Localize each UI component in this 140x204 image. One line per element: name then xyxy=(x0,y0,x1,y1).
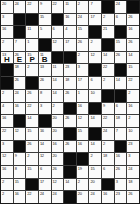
grid-cell-r1c3[interactable]: 22 xyxy=(26,1,38,13)
grid-cell-r9c10[interactable]: 6 xyxy=(115,103,127,115)
grid-cell-r6c9[interactable]: 22 xyxy=(102,64,114,76)
clue-number: 15 xyxy=(116,39,120,44)
black-cell-r5c6 xyxy=(64,52,76,64)
grid-cell-r5c9[interactable]: 14 xyxy=(102,52,114,64)
clue-number: 26 xyxy=(116,52,120,57)
grid-cell-r3c4[interactable]: 5 xyxy=(39,26,51,38)
grid-cell-r6c4[interactable]: 13 xyxy=(39,64,51,76)
clue-number: 4 xyxy=(65,26,67,31)
grid-cell-r16c10[interactable]: 23 xyxy=(115,191,127,203)
grid-cell-r5c8[interactable]: 12 xyxy=(89,52,101,64)
grid-cell-r3c5[interactable]: 6 xyxy=(52,26,64,38)
grid-cell-r12c7[interactable]: 16 xyxy=(77,141,89,153)
clue-number: 16 xyxy=(103,191,107,196)
grid-cell-r10c10[interactable]: 18 xyxy=(115,115,127,127)
grid-cell-r16c11[interactable]: 26 xyxy=(127,191,139,203)
grid-cell-r10c7[interactable]: 12 xyxy=(77,115,89,127)
grid-cell-r1c6[interactable]: 11 xyxy=(64,1,76,13)
clue-number: 2 xyxy=(128,90,130,95)
clue-number: 9 xyxy=(40,1,42,6)
grid-cell-r11c5[interactable]: 20 xyxy=(52,128,64,140)
black-cell-r10c2 xyxy=(14,115,26,127)
clue-number: 20 xyxy=(90,179,94,184)
clue-number: 15 xyxy=(90,166,94,171)
clue-number: 2 xyxy=(103,14,105,19)
black-cell-r9c6 xyxy=(64,103,76,115)
clue-number: 24 xyxy=(15,1,19,6)
clue-number: 2 xyxy=(90,39,92,44)
clue-number: 24 xyxy=(15,90,19,95)
grid-cell-r14c9[interactable]: 6 xyxy=(102,166,114,178)
clue-number: 24 xyxy=(128,166,132,171)
clue-number: 15 xyxy=(27,166,31,171)
black-cell-r4c4 xyxy=(39,39,51,51)
clue-number: 26 xyxy=(15,77,19,82)
clue-number: 16 xyxy=(2,166,6,171)
black-cell-r3c8 xyxy=(89,26,101,38)
black-cell-r16c6 xyxy=(64,191,76,203)
grid-cell-r4c3[interactable]: 1 xyxy=(26,39,38,51)
black-cell-r3c2 xyxy=(14,26,26,38)
grid-cell-r8c11[interactable]: 2 xyxy=(127,90,139,102)
grid-cell-r10c6[interactable]: 26 xyxy=(64,115,76,127)
clue-number: 26 xyxy=(27,90,31,95)
black-cell-r2c3 xyxy=(26,14,38,26)
grid-cell-r13c1[interactable]: 12 xyxy=(1,153,13,165)
grid-cell-r8c2[interactable]: 24 xyxy=(14,90,26,102)
grid-cell-r1c7[interactable]: 2 xyxy=(77,1,89,13)
clue-number: 15 xyxy=(40,14,44,19)
grid-cell-r1c10[interactable]: 24 xyxy=(115,1,127,13)
clue-number: 15 xyxy=(78,26,82,31)
grid-cell-r2c7[interactable]: 24 xyxy=(77,14,89,26)
clue-number: 1 xyxy=(27,39,29,44)
black-cell-r6c8 xyxy=(89,64,101,76)
grid-cell-r12c8[interactable]: 14 xyxy=(89,141,101,153)
grid-cell-r1c4[interactable]: 9 xyxy=(39,1,51,13)
clue-number: 8 xyxy=(15,166,17,171)
clue-number: 20 xyxy=(78,191,82,196)
grid-cell-r7c9[interactable]: 2 xyxy=(102,77,114,89)
clue-number: 12 xyxy=(15,128,19,133)
grid-cell-r8c3[interactable]: 26 xyxy=(26,90,38,102)
grid-cell-r6c5[interactable]: 11 xyxy=(52,64,64,76)
clue-number: 14 xyxy=(40,141,44,146)
grid-cell-r3c3[interactable]: 11 xyxy=(26,26,38,38)
black-cell-r7c1 xyxy=(1,77,13,89)
grid-cell-r14c10[interactable]: 26 xyxy=(115,166,127,178)
grid-cell-r2c4[interactable]: 15 xyxy=(39,14,51,26)
grid-cell-r16c4[interactable]: 24 xyxy=(39,191,51,203)
codeword-grid: 2024229221127243151624172626161156415211… xyxy=(0,0,140,204)
grid-cell-r15c10[interactable]: 3 xyxy=(115,179,127,191)
grid-cell-r15c2[interactable]: 15 xyxy=(14,179,26,191)
black-cell-r6c1 xyxy=(1,64,13,76)
grid-cell-r5c10[interactable]: 26 xyxy=(115,52,127,64)
grid-cell-r3c1[interactable]: 16 xyxy=(1,26,13,38)
clue-number: 11 xyxy=(27,26,31,31)
grid-cell-r12c4[interactable]: 14 xyxy=(39,141,51,153)
grid-cell-r9c9[interactable]: 9 xyxy=(102,103,114,115)
clue-number: 18 xyxy=(65,77,69,82)
clue-number: 7 xyxy=(90,1,92,6)
clue-number: 26 xyxy=(27,141,31,146)
grid-cell-r16c3[interactable]: 22 xyxy=(26,191,38,203)
black-cell-r6c10 xyxy=(115,64,127,76)
grid-cell-r14c7[interactable]: 19 xyxy=(77,166,89,178)
grid-cell-r5c7[interactable]: 2 xyxy=(77,52,89,64)
grid-cell-r1c1[interactable]: 20 xyxy=(1,1,13,13)
grid-cell-r11c10[interactable]: 7 xyxy=(115,128,127,140)
grid-cell-r11c3[interactable]: 15 xyxy=(26,128,38,140)
clue-number: 24 xyxy=(90,191,94,196)
grid-cell-r12c6[interactable]: 26 xyxy=(64,141,76,153)
grid-cell-r4c2[interactable]: 7 xyxy=(14,39,26,51)
grid-cell-r7c10[interactable]: 14 xyxy=(115,77,127,89)
clue-number: 6 xyxy=(40,166,42,171)
clue-number: 14 xyxy=(53,77,57,82)
clue-number: 2 xyxy=(78,52,80,57)
clue-number: 22 xyxy=(103,115,107,120)
clue-number: 2 xyxy=(128,115,130,120)
grid-cell-r9c1[interactable]: 4 xyxy=(1,103,13,115)
grid-cell-r14c4[interactable]: 6 xyxy=(39,166,51,178)
black-cell-r3c10 xyxy=(115,26,127,38)
grid-cell-r1c2[interactable]: 24 xyxy=(14,1,26,13)
clue-number: 22 xyxy=(27,191,31,196)
clue-number: 8 xyxy=(40,90,42,95)
black-cell-r4c9 xyxy=(102,39,114,51)
letter-cell-P-r5c3[interactable]: 15P xyxy=(26,52,38,64)
clue-number: 3 xyxy=(116,179,118,184)
clue-number: 16 xyxy=(15,191,19,196)
clue-number: 2 xyxy=(103,77,105,82)
grid-cell-r7c11[interactable]: 22 xyxy=(127,77,139,89)
clue-number: 15 xyxy=(78,128,82,133)
clue-number: 18 xyxy=(103,153,107,158)
grid-cell-r2c8[interactable]: 17 xyxy=(89,14,101,26)
clue-number: 14 xyxy=(128,52,132,57)
grid-cell-r16c1[interactable]: 2 xyxy=(1,191,13,203)
clue-number: 26 xyxy=(128,39,132,44)
clue-number: 3 xyxy=(78,64,80,69)
grid-cell-r12c9[interactable]: 2 xyxy=(102,141,114,153)
clue-number: 26 xyxy=(128,191,132,196)
clue-number: 17 xyxy=(40,179,44,184)
clue-number: 24 xyxy=(40,191,44,196)
grid-cell-r4c1[interactable]: 2 xyxy=(1,39,13,51)
grid-cell-r8c8[interactable]: 10 xyxy=(89,90,101,102)
clue-number: 16 xyxy=(128,26,132,31)
grid-cell-r10c5[interactable]: 20 xyxy=(52,115,64,127)
black-cell-r5c5 xyxy=(52,52,64,64)
clue-number: 24 xyxy=(116,1,120,6)
clue-number: 13 xyxy=(40,64,44,69)
grid-cell-r9c3[interactable]: 22 xyxy=(26,103,38,115)
clue-number: 26 xyxy=(78,39,82,44)
clue-number: 22 xyxy=(53,1,57,6)
grid-cell-r5c11[interactable]: 14 xyxy=(127,52,139,64)
grid-cell-r4c7[interactable]: 26 xyxy=(77,39,89,51)
grid-cell-r14c3[interactable]: 15 xyxy=(26,166,38,178)
clue-number: 11 xyxy=(65,1,69,6)
grid-cell-r16c8[interactable]: 24 xyxy=(89,191,101,203)
grid-cell-r16c9[interactable]: 16 xyxy=(102,191,114,203)
grid-cell-r7c4[interactable]: 26 xyxy=(39,77,51,89)
clue-number: 12 xyxy=(78,115,82,120)
grid-cell-r15c1[interactable]: 2 xyxy=(1,179,13,191)
clue-number: 14 xyxy=(90,141,94,146)
black-cell-r1c9 xyxy=(102,1,114,13)
clue-number: 6 xyxy=(103,166,105,171)
grid-cell-r7c8[interactable]: 6 xyxy=(89,77,101,89)
grid-cell-r8c1[interactable]: 2 xyxy=(1,90,13,102)
grid-cell-r13c5[interactable]: 20 xyxy=(52,153,64,165)
clue-number: 22 xyxy=(128,77,132,82)
grid-cell-r16c7[interactable]: 20 xyxy=(77,191,89,203)
black-cell-r1c11 xyxy=(127,1,139,13)
grid-cell-r13c2[interactable]: 9 xyxy=(14,153,26,165)
grid-cell-r11c4[interactable]: 16 xyxy=(39,128,51,140)
clue-number: 17 xyxy=(65,39,69,44)
black-cell-r14c6 xyxy=(64,166,76,178)
clue-number: 22 xyxy=(103,64,107,69)
revealed-letter: E xyxy=(14,55,26,64)
clue-number: 26 xyxy=(53,166,57,171)
grid-cell-r13c11[interactable]: 3 xyxy=(127,153,139,165)
grid-cell-r12c11[interactable]: 23 xyxy=(127,141,139,153)
clue-number: 10 xyxy=(128,128,132,133)
grid-cell-r13c10[interactable]: 16 xyxy=(115,153,127,165)
grid-cell-r15c7[interactable]: 2 xyxy=(77,179,89,191)
grid-cell-r7c5[interactable]: 14 xyxy=(52,77,64,89)
clue-number: 3 xyxy=(2,14,4,19)
black-cell-r2c5 xyxy=(52,14,64,26)
clue-number: 17 xyxy=(78,77,82,82)
clue-number: 19 xyxy=(78,166,82,171)
grid-cell-r10c8[interactable]: 14 xyxy=(89,115,101,127)
clue-number: 2 xyxy=(53,103,55,108)
clue-number: 24 xyxy=(53,191,57,196)
grid-cell-r1c5[interactable]: 22 xyxy=(52,1,64,13)
clue-number: 9 xyxy=(103,103,105,108)
clue-number: 16 xyxy=(78,103,82,108)
clue-number: 26 xyxy=(65,115,69,120)
grid-cell-r6c7[interactable]: 3 xyxy=(77,64,89,76)
black-cell-r8c9 xyxy=(102,90,114,102)
clue-number: 12 xyxy=(2,153,6,158)
letter-cell-B-r5c4[interactable]: 11B xyxy=(39,52,51,64)
grid-cell-r12c5[interactable]: 16 xyxy=(52,141,64,153)
clue-number: 22 xyxy=(27,103,31,108)
grid-cell-r13c3[interactable]: 2 xyxy=(26,153,38,165)
grid-cell-r11c1[interactable]: 22 xyxy=(1,128,13,140)
clue-number: 6 xyxy=(90,77,92,82)
clue-number: 3 xyxy=(128,153,130,158)
grid-cell-r4c10[interactable]: 15 xyxy=(115,39,127,51)
revealed-letter: B xyxy=(39,55,51,64)
grid-cell-r4c5[interactable]: 12 xyxy=(52,39,64,51)
clue-number: 4 xyxy=(2,103,4,108)
clue-number: 2 xyxy=(90,153,92,158)
grid-cell-r2c6[interactable]: 16 xyxy=(64,14,76,26)
letter-cell-H-r5c1[interactable]: 13H xyxy=(1,52,13,64)
grid-cell-r7c6[interactable]: 18 xyxy=(64,77,76,89)
clue-number: 10 xyxy=(90,90,94,95)
grid-cell-r10c9[interactable]: 22 xyxy=(102,115,114,127)
clue-number: 16 xyxy=(40,128,44,133)
black-cell-r12c2 xyxy=(14,141,26,153)
clue-number: 14 xyxy=(116,77,120,82)
clue-number: 26 xyxy=(128,14,132,19)
black-cell-r8c10 xyxy=(115,90,127,102)
clue-number: 24 xyxy=(78,14,82,19)
grid-cell-r15c6[interactable]: 14 xyxy=(64,179,76,191)
clue-number: 23 xyxy=(128,141,132,146)
clue-number: 14 xyxy=(27,115,31,120)
grid-cell-r6c2[interactable]: 18 xyxy=(14,64,26,76)
clue-number: 16 xyxy=(2,26,6,31)
grid-cell-r3c6[interactable]: 4 xyxy=(64,26,76,38)
clue-number: 16 xyxy=(116,153,120,158)
black-cell-r2c2 xyxy=(14,14,26,26)
black-cell-r15c3 xyxy=(26,179,38,191)
clue-number: 12 xyxy=(53,179,57,184)
clue-number: 23 xyxy=(116,191,120,196)
clue-number: 18 xyxy=(128,179,132,184)
grid-cell-r12c3[interactable]: 26 xyxy=(26,141,38,153)
grid-cell-r3c9[interactable]: 21 xyxy=(102,26,114,38)
grid-cell-r6c6[interactable]: 23 xyxy=(64,64,76,76)
clue-number: 2 xyxy=(78,179,80,184)
clue-number: 26 xyxy=(65,141,69,146)
grid-cell-r8c6[interactable]: 26 xyxy=(64,90,76,102)
clue-number: 21 xyxy=(103,26,107,31)
grid-cell-r15c11[interactable]: 18 xyxy=(127,179,139,191)
grid-cell-r2c1[interactable]: 3 xyxy=(1,14,13,26)
black-cell-r15c9 xyxy=(102,179,114,191)
grid-cell-r1c8[interactable]: 7 xyxy=(89,1,101,13)
clue-number: 6 xyxy=(116,103,118,108)
clue-number: 20 xyxy=(2,1,6,6)
grid-cell-r13c4[interactable]: 12 xyxy=(39,153,51,165)
clue-number: 3 xyxy=(2,141,4,146)
grid-cell-r14c2[interactable]: 8 xyxy=(14,166,26,178)
grid-cell-r3c11[interactable]: 16 xyxy=(127,26,139,38)
grid-cell-r15c4[interactable]: 17 xyxy=(39,179,51,191)
clue-number: 7 xyxy=(116,128,118,133)
grid-cell-r6c3[interactable]: 2 xyxy=(26,64,38,76)
grid-cell-r10c1[interactable]: 16 xyxy=(1,115,13,127)
grid-cell-r4c8[interactable]: 2 xyxy=(89,39,101,51)
clue-number: 1 xyxy=(78,90,80,95)
letter-cell-E-r5c2[interactable]: 26E xyxy=(14,52,26,64)
clue-number: 16 xyxy=(2,115,6,120)
clue-number: 26 xyxy=(65,90,69,95)
black-cell-r11c8 xyxy=(89,128,101,140)
grid-cell-r2c11[interactable]: 26 xyxy=(127,14,139,26)
grid-cell-r14c11[interactable]: 24 xyxy=(127,166,139,178)
grid-cell-r9c5[interactable]: 2 xyxy=(52,103,64,115)
grid-cell-r9c11[interactable]: 16 xyxy=(127,103,139,115)
grid-cell-r10c11[interactable]: 2 xyxy=(127,115,139,127)
black-cell-r12c10 xyxy=(115,141,127,153)
clue-number: 26 xyxy=(116,166,120,171)
grid-cell-r8c5[interactable]: 14 xyxy=(52,90,64,102)
clue-number: 11 xyxy=(53,64,57,69)
clue-number: 12 xyxy=(40,153,44,158)
grid-cell-r15c5[interactable]: 12 xyxy=(52,179,64,191)
grid-cell-r4c11[interactable]: 26 xyxy=(127,39,139,51)
black-cell-r13c7 xyxy=(77,153,89,165)
clue-number: 3 xyxy=(40,103,42,108)
clue-number: 14 xyxy=(103,52,107,57)
black-cell-r9c8 xyxy=(89,103,101,115)
clue-number: 16 xyxy=(65,14,69,19)
black-cell-r11c6 xyxy=(64,128,76,140)
grid-cell-r3c7[interactable]: 15 xyxy=(77,26,89,38)
clue-number: 15 xyxy=(128,64,132,69)
grid-cell-r2c10[interactable]: 6 xyxy=(115,14,127,26)
grid-cell-r7c7[interactable]: 17 xyxy=(77,77,89,89)
clue-number: 2 xyxy=(27,153,29,158)
clue-number: 17 xyxy=(90,14,94,19)
clue-number: 24 xyxy=(103,128,107,133)
clue-number: 2 xyxy=(2,90,4,95)
clue-number: 6 xyxy=(116,14,118,19)
clue-number: 12 xyxy=(90,52,94,57)
clue-number: 15 xyxy=(27,128,31,133)
grid-cell-r14c5[interactable]: 26 xyxy=(52,166,64,178)
grid-cell-r10c3[interactable]: 14 xyxy=(26,115,38,127)
clue-number: 5 xyxy=(40,26,42,31)
grid-cell-r16c5[interactable]: 24 xyxy=(52,191,64,203)
grid-cell-r9c7[interactable]: 16 xyxy=(77,103,89,115)
grid-cell-r15c8[interactable]: 20 xyxy=(89,179,101,191)
grid-cell-r8c4[interactable]: 8 xyxy=(39,90,51,102)
grid-cell-r11c7[interactable]: 15 xyxy=(77,128,89,140)
grid-cell-r16c2[interactable]: 16 xyxy=(14,191,26,203)
grid-cell-r11c2[interactable]: 12 xyxy=(14,128,26,140)
clue-number: 22 xyxy=(2,128,6,133)
clue-number: 15 xyxy=(15,179,19,184)
grid-cell-r7c2[interactable]: 26 xyxy=(14,77,26,89)
grid-cell-r13c8[interactable]: 2 xyxy=(89,153,101,165)
grid-cell-r12c1[interactable]: 3 xyxy=(1,141,13,153)
grid-cell-r4c6[interactable]: 17 xyxy=(64,39,76,51)
grid-cell-r11c9[interactable]: 24 xyxy=(102,128,114,140)
grid-cell-r6c11[interactable]: 15 xyxy=(127,64,139,76)
grid-cell-r13c9[interactable]: 18 xyxy=(102,153,114,165)
grid-cell-r14c8[interactable]: 15 xyxy=(89,166,101,178)
grid-cell-r8c7[interactable]: 1 xyxy=(77,90,89,102)
clue-number: 14 xyxy=(65,179,69,184)
grid-cell-r11c11[interactable]: 10 xyxy=(127,128,139,140)
clue-number: 12 xyxy=(53,39,57,44)
clue-number: 26 xyxy=(40,77,44,82)
clue-number: 22 xyxy=(27,1,31,6)
grid-cell-r2c9[interactable]: 2 xyxy=(102,14,114,26)
clue-number: 9 xyxy=(15,153,17,158)
clue-number: 20 xyxy=(53,115,57,120)
revealed-letter: P xyxy=(26,55,38,64)
grid-cell-r9c4[interactable]: 3 xyxy=(39,103,51,115)
grid-cell-r9c2[interactable]: 16 xyxy=(14,103,26,115)
clue-number: 2 xyxy=(2,39,4,44)
grid-cell-r14c1[interactable]: 16 xyxy=(1,166,13,178)
clue-number: 2 xyxy=(2,179,4,184)
clue-number: 16 xyxy=(128,103,132,108)
